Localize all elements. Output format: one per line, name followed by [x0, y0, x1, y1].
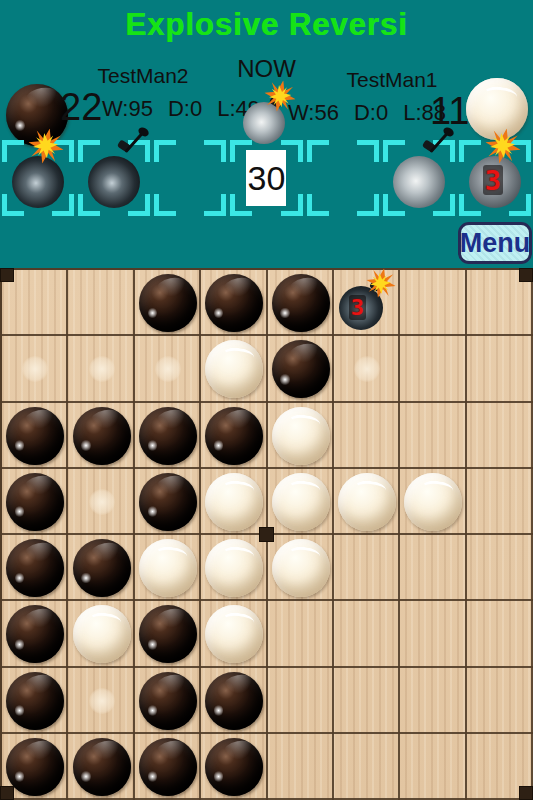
move-hint-dot — [89, 489, 115, 515]
black-stone — [205, 672, 263, 730]
black-stone — [272, 340, 330, 398]
board-cell-d2[interactable] — [201, 336, 267, 402]
board-cell-c1[interactable] — [135, 270, 201, 336]
black-stone — [139, 407, 197, 465]
bomb-sphere — [88, 156, 140, 208]
move-hint-dot — [89, 356, 115, 382]
white-stone — [205, 340, 263, 398]
board-cell-f6[interactable] — [334, 601, 400, 667]
move-hint-dot — [354, 356, 380, 382]
board-cell-f3[interactable] — [334, 403, 400, 469]
black-stone — [139, 274, 197, 332]
black-player-record: W:95 D:0 L:49 — [102, 96, 260, 122]
board-cell-h8[interactable] — [467, 734, 533, 800]
black-stone — [73, 738, 131, 796]
bomb-slot-1[interactable] — [2, 140, 74, 216]
board-cell-b6[interactable] — [68, 601, 134, 667]
board-cell-h7[interactable] — [467, 668, 533, 734]
board-cell-h1[interactable] — [467, 270, 533, 336]
board-cell-b8[interactable] — [68, 734, 134, 800]
black-stone — [139, 672, 197, 730]
board-cell-h2[interactable] — [467, 336, 533, 402]
white-stone — [272, 539, 330, 597]
board-cell-d7[interactable] — [201, 668, 267, 734]
board-cell-f5[interactable] — [334, 535, 400, 601]
white-stone — [139, 539, 197, 597]
white-stone — [205, 539, 263, 597]
board-cell-e4[interactable] — [268, 469, 334, 535]
white-stone — [338, 473, 396, 531]
white-player-record: W:56 D:0 L:88 — [288, 100, 446, 126]
board-cell-b4[interactable] — [68, 469, 134, 535]
board-cell-b3[interactable] — [68, 403, 134, 469]
board-cell-c8[interactable] — [135, 734, 201, 800]
bomb-timer-display: 30 — [246, 150, 286, 206]
bomb-slot-6[interactable] — [383, 140, 455, 216]
board-cell-d8[interactable] — [201, 734, 267, 800]
board-cell-e2[interactable] — [268, 336, 334, 402]
black-stone — [6, 672, 64, 730]
black-stone — [205, 407, 263, 465]
board-cell-a5[interactable] — [2, 535, 68, 601]
black-stone — [272, 274, 330, 332]
board-cell-c7[interactable] — [135, 668, 201, 734]
black-stone — [6, 539, 64, 597]
board-cell-a1[interactable] — [2, 270, 68, 336]
bomb-slot-5[interactable] — [307, 140, 379, 216]
black-player-score: 22 — [60, 86, 102, 129]
board-cell-e6[interactable] — [268, 601, 334, 667]
board-cell-g8[interactable] — [400, 734, 466, 800]
board-cell-d1[interactable] — [201, 270, 267, 336]
spark-icon — [366, 268, 396, 298]
black-stone — [73, 407, 131, 465]
board-cell-g2[interactable] — [400, 336, 466, 402]
black-stone — [6, 407, 64, 465]
bomb-slot-7[interactable]: 3 — [459, 140, 531, 216]
white-stone — [404, 473, 462, 531]
current-bomb-icon — [240, 82, 300, 140]
board-cell-e1[interactable] — [268, 270, 334, 336]
board-cell-g1[interactable] — [400, 270, 466, 336]
bomb-slot-4[interactable]: 30 — [230, 140, 302, 216]
board-cell-c2[interactable] — [135, 336, 201, 402]
app-title: Explosive Reversi — [0, 7, 533, 43]
board-cell-g3[interactable] — [400, 403, 466, 469]
board-cell-a3[interactable] — [2, 403, 68, 469]
board-cell-h3[interactable] — [467, 403, 533, 469]
black-stone — [205, 738, 263, 796]
black-stone — [6, 473, 64, 531]
board-cell-g4[interactable] — [400, 469, 466, 535]
bomb-sphere — [393, 156, 445, 208]
board-cell-d6[interactable] — [201, 601, 267, 667]
board-cell-g7[interactable] — [400, 668, 466, 734]
spark-icon — [264, 80, 296, 112]
board-cell-h4[interactable] — [467, 469, 533, 535]
board-grid: 3 — [0, 268, 533, 800]
board-cell-h6[interactable] — [467, 601, 533, 667]
board-cell-e7[interactable] — [268, 668, 334, 734]
white-stone — [205, 473, 263, 531]
white-losses: L:88 — [403, 100, 446, 126]
black-stone — [205, 274, 263, 332]
board-cell-d4[interactable] — [201, 469, 267, 535]
black-stone — [6, 738, 64, 796]
bomb-countdown: 3 — [483, 165, 503, 195]
board-cell-a8[interactable] — [2, 734, 68, 800]
board-cell-a7[interactable] — [2, 668, 68, 734]
board-cell-b7[interactable] — [68, 668, 134, 734]
white-stone — [272, 473, 330, 531]
board-cell-a4[interactable] — [2, 469, 68, 535]
board-cell-e3[interactable] — [268, 403, 334, 469]
black-player-name: TestMan2 — [73, 64, 213, 88]
move-hint-dot — [89, 688, 115, 714]
bomb-tray: 303 — [0, 140, 533, 216]
bomb-countdown: 3 — [349, 295, 366, 320]
board-cell-c4[interactable] — [135, 469, 201, 535]
board-cell-b5[interactable] — [68, 535, 134, 601]
black-stone — [139, 473, 197, 531]
black-draws: D:0 — [168, 96, 202, 122]
board-cell-c5[interactable] — [135, 535, 201, 601]
bomb-fuse — [125, 132, 145, 153]
board-cell-f1[interactable]: 3 — [334, 270, 400, 336]
white-player-name: TestMan1 — [322, 68, 462, 92]
board-cell-c3[interactable] — [135, 403, 201, 469]
board-cell-g5[interactable] — [400, 535, 466, 601]
board-bomb: 3 — [334, 270, 400, 336]
board-cell-f7[interactable] — [334, 668, 400, 734]
board-cell-a6[interactable] — [2, 601, 68, 667]
board-cell-f4[interactable] — [334, 469, 400, 535]
black-stone — [6, 605, 64, 663]
board-cell-c6[interactable] — [135, 601, 201, 667]
app-screen: Explosive Reversi NOW TestMan2 22 W:95 D… — [0, 0, 533, 800]
board-cell-b1[interactable] — [68, 270, 134, 336]
white-stone — [73, 605, 131, 663]
move-hint-dot — [155, 356, 181, 382]
spark-icon — [28, 128, 64, 164]
board-cell-g6[interactable] — [400, 601, 466, 667]
board-cell-b2[interactable] — [68, 336, 134, 402]
white-stone — [272, 407, 330, 465]
board-cell-h5[interactable] — [467, 535, 533, 601]
board-cell-d5[interactable] — [201, 535, 267, 601]
black-stone — [73, 539, 131, 597]
board-cell-e5[interactable] — [268, 535, 334, 601]
black-stone — [139, 605, 197, 663]
board-cell-f8[interactable] — [334, 734, 400, 800]
spark-icon — [485, 128, 521, 164]
board-cell-e8[interactable] — [268, 734, 334, 800]
white-draws: D:0 — [354, 100, 388, 126]
board-cell-a2[interactable] — [2, 336, 68, 402]
board-cell-d3[interactable] — [201, 403, 267, 469]
bomb-slot-3[interactable] — [154, 140, 226, 216]
black-wins: W:95 — [102, 96, 153, 122]
bomb-slot-2[interactable] — [78, 140, 150, 216]
move-hint-dot — [22, 356, 48, 382]
board-cell-f2[interactable] — [334, 336, 400, 402]
white-stone — [205, 605, 263, 663]
black-stone — [139, 738, 197, 796]
menu-button[interactable]: Menu — [458, 222, 532, 264]
